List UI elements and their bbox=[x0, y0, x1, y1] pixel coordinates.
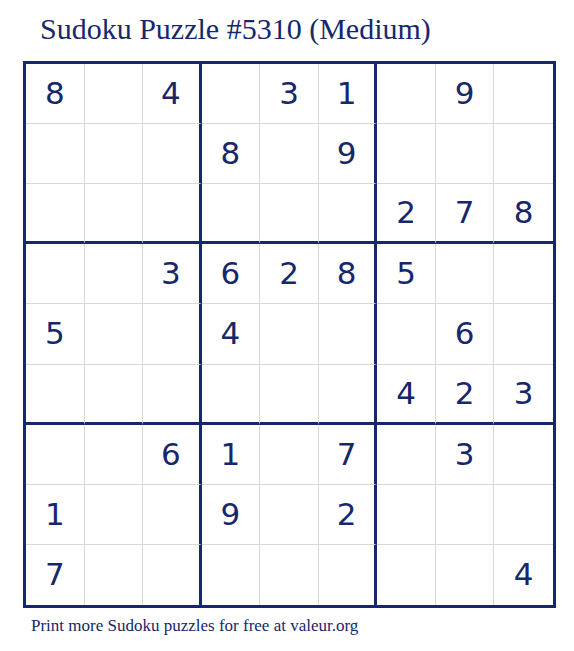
sudoku-cell-r1c1: 8 bbox=[26, 64, 85, 124]
sudoku-cell-r5c2 bbox=[85, 304, 144, 364]
sudoku-cell-r3c2 bbox=[85, 184, 144, 244]
sudoku-page: Sudoku Puzzle #5310 (Medium) 84319892783… bbox=[0, 0, 574, 651]
sudoku-cell-r7c1 bbox=[26, 425, 85, 485]
sudoku-cell-r8c4: 9 bbox=[202, 485, 261, 545]
sudoku-cell-r3c6 bbox=[319, 184, 378, 244]
footer-text: Print more Sudoku puzzles for free at va… bbox=[31, 616, 358, 636]
sudoku-cell-r6c9: 3 bbox=[494, 365, 553, 425]
sudoku-cell-r4c3: 3 bbox=[143, 244, 202, 304]
sudoku-cell-r2c4: 8 bbox=[202, 124, 261, 184]
sudoku-cell-r2c3 bbox=[143, 124, 202, 184]
sudoku-cell-r1c5: 3 bbox=[260, 64, 319, 124]
sudoku-cell-r1c2 bbox=[85, 64, 144, 124]
sudoku-cell-r7c7 bbox=[377, 425, 436, 485]
sudoku-cell-r4c1 bbox=[26, 244, 85, 304]
sudoku-cell-r9c2 bbox=[85, 545, 144, 605]
sudoku-cell-r6c5 bbox=[260, 365, 319, 425]
sudoku-cell-r8c5 bbox=[260, 485, 319, 545]
sudoku-cell-r7c4: 1 bbox=[202, 425, 261, 485]
sudoku-cell-r5c5 bbox=[260, 304, 319, 364]
sudoku-cell-r8c1: 1 bbox=[26, 485, 85, 545]
sudoku-cell-r3c9: 8 bbox=[494, 184, 553, 244]
sudoku-cell-r8c3 bbox=[143, 485, 202, 545]
sudoku-cell-r3c4 bbox=[202, 184, 261, 244]
sudoku-cell-r9c1: 7 bbox=[26, 545, 85, 605]
sudoku-cell-r7c8: 3 bbox=[436, 425, 495, 485]
sudoku-cell-r5c4: 4 bbox=[202, 304, 261, 364]
sudoku-cell-r5c6 bbox=[319, 304, 378, 364]
sudoku-cell-r9c6 bbox=[319, 545, 378, 605]
sudoku-cell-r4c7: 5 bbox=[377, 244, 436, 304]
sudoku-cell-r5c8: 6 bbox=[436, 304, 495, 364]
sudoku-cell-r4c5: 2 bbox=[260, 244, 319, 304]
sudoku-cell-r9c4 bbox=[202, 545, 261, 605]
sudoku-cell-r5c9 bbox=[494, 304, 553, 364]
sudoku-cell-r3c5 bbox=[260, 184, 319, 244]
sudoku-cell-r1c3: 4 bbox=[143, 64, 202, 124]
sudoku-cell-r6c4 bbox=[202, 365, 261, 425]
sudoku-cell-r6c8: 2 bbox=[436, 365, 495, 425]
sudoku-cell-r7c9 bbox=[494, 425, 553, 485]
sudoku-cell-r9c7 bbox=[377, 545, 436, 605]
sudoku-cell-r6c6 bbox=[319, 365, 378, 425]
sudoku-cell-r8c9 bbox=[494, 485, 553, 545]
sudoku-cell-r2c9 bbox=[494, 124, 553, 184]
sudoku-cell-r3c3 bbox=[143, 184, 202, 244]
sudoku-cell-r4c4: 6 bbox=[202, 244, 261, 304]
sudoku-cell-r2c1 bbox=[26, 124, 85, 184]
sudoku-cell-r6c2 bbox=[85, 365, 144, 425]
sudoku-cell-r2c8 bbox=[436, 124, 495, 184]
sudoku-cell-r1c7 bbox=[377, 64, 436, 124]
page-title: Sudoku Puzzle #5310 (Medium) bbox=[40, 12, 431, 46]
sudoku-cell-r9c9: 4 bbox=[494, 545, 553, 605]
sudoku-cell-r7c2 bbox=[85, 425, 144, 485]
sudoku-cell-r7c3: 6 bbox=[143, 425, 202, 485]
sudoku-cell-r3c7: 2 bbox=[377, 184, 436, 244]
sudoku-cell-r7c5 bbox=[260, 425, 319, 485]
sudoku-cell-r8c8 bbox=[436, 485, 495, 545]
sudoku-cell-r9c8 bbox=[436, 545, 495, 605]
sudoku-cell-r5c1: 5 bbox=[26, 304, 85, 364]
sudoku-cell-r4c8 bbox=[436, 244, 495, 304]
sudoku-cell-r1c8: 9 bbox=[436, 64, 495, 124]
sudoku-cell-r8c2 bbox=[85, 485, 144, 545]
sudoku-cell-r9c5 bbox=[260, 545, 319, 605]
sudoku-board: 843198927836285546423617319274 bbox=[23, 61, 556, 608]
sudoku-cell-r4c6: 8 bbox=[319, 244, 378, 304]
sudoku-cell-r1c6: 1 bbox=[319, 64, 378, 124]
sudoku-cell-r6c7: 4 bbox=[377, 365, 436, 425]
sudoku-cell-r6c3 bbox=[143, 365, 202, 425]
sudoku-cell-r2c6: 9 bbox=[319, 124, 378, 184]
sudoku-cell-r5c7 bbox=[377, 304, 436, 364]
sudoku-cell-r1c4 bbox=[202, 64, 261, 124]
sudoku-cell-r3c1 bbox=[26, 184, 85, 244]
sudoku-cell-r2c7 bbox=[377, 124, 436, 184]
sudoku-cell-r4c2 bbox=[85, 244, 144, 304]
sudoku-cell-r9c3 bbox=[143, 545, 202, 605]
sudoku-cell-r6c1 bbox=[26, 365, 85, 425]
sudoku-cell-r2c5 bbox=[260, 124, 319, 184]
sudoku-cell-r4c9 bbox=[494, 244, 553, 304]
sudoku-cell-r3c8: 7 bbox=[436, 184, 495, 244]
sudoku-cell-r8c7 bbox=[377, 485, 436, 545]
sudoku-cell-r5c3 bbox=[143, 304, 202, 364]
sudoku-cell-r2c2 bbox=[85, 124, 144, 184]
sudoku-cell-r1c9 bbox=[494, 64, 553, 124]
sudoku-cell-r7c6: 7 bbox=[319, 425, 378, 485]
sudoku-cell-r8c6: 2 bbox=[319, 485, 378, 545]
